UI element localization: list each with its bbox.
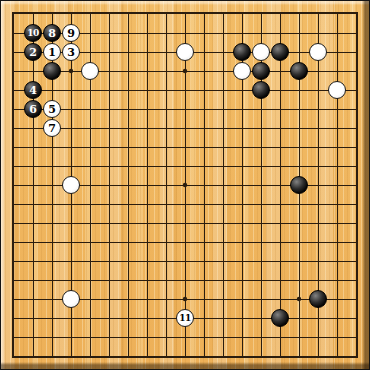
go-stone-black-B17: 2 xyxy=(24,43,42,61)
move-number-label: 8 xyxy=(48,27,56,38)
go-board[interactable]: 1089213465711 xyxy=(0,0,370,370)
go-stone-black-P17 xyxy=(271,43,289,61)
go-stone-white-O17 xyxy=(252,43,270,61)
screenshot-root: 1089213465711 xyxy=(0,0,370,370)
move-number-label: 7 xyxy=(48,122,56,133)
move-number-label: 11 xyxy=(179,313,190,322)
go-stone-white-C13: 7 xyxy=(43,119,61,137)
move-number-label: 1 xyxy=(48,46,56,57)
go-stone-white-E16 xyxy=(81,62,99,80)
move-number-label: 10 xyxy=(27,28,38,37)
go-stone-black-O15 xyxy=(252,81,270,99)
go-stone-white-N16 xyxy=(233,62,251,80)
go-stone-black-B15: 4 xyxy=(24,81,42,99)
go-stone-white-D10 xyxy=(62,176,80,194)
go-stone-black-O16 xyxy=(252,62,270,80)
go-stone-white-D17: 3 xyxy=(62,43,80,61)
move-number-label: 9 xyxy=(67,27,75,38)
go-stone-black-P3 xyxy=(271,309,289,327)
go-stone-black-R4 xyxy=(309,290,327,308)
go-stone-black-C18: 8 xyxy=(43,24,61,42)
go-stone-black-C16 xyxy=(43,62,61,80)
go-stone-white-K3: 11 xyxy=(176,309,194,327)
go-stone-black-B18: 10 xyxy=(24,24,42,42)
go-stone-black-Q10 xyxy=(290,176,308,194)
go-stone-black-N17 xyxy=(233,43,251,61)
go-stone-white-D18: 9 xyxy=(62,24,80,42)
move-number-label: 2 xyxy=(29,46,37,57)
move-number-label: 6 xyxy=(29,103,37,114)
stones-layer: 1089213465711 xyxy=(5,5,366,366)
go-stone-white-S15 xyxy=(328,81,346,99)
go-stone-white-R17 xyxy=(309,43,327,61)
go-stone-black-Q16 xyxy=(290,62,308,80)
move-number-label: 5 xyxy=(48,103,56,114)
go-stone-white-K17 xyxy=(176,43,194,61)
go-stone-white-C17: 1 xyxy=(43,43,61,61)
go-stone-white-C14: 5 xyxy=(43,100,61,118)
go-stone-white-D4 xyxy=(62,290,80,308)
move-number-label: 3 xyxy=(67,46,75,57)
go-stone-black-B14: 6 xyxy=(24,100,42,118)
move-number-label: 4 xyxy=(29,84,37,95)
